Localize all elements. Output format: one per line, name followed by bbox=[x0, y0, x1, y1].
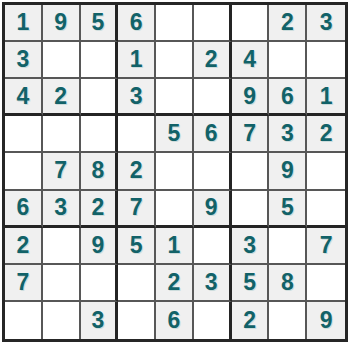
cell-r6c9[interactable] bbox=[307, 191, 345, 228]
cell-r3c4[interactable]: 3 bbox=[118, 79, 156, 116]
cell-r5c1[interactable] bbox=[5, 153, 43, 190]
cell-r8c1[interactable]: 7 bbox=[5, 265, 43, 302]
cell-r4c1[interactable] bbox=[5, 116, 43, 153]
cell-r8c8[interactable]: 8 bbox=[269, 265, 307, 302]
cell-r7c6[interactable] bbox=[194, 228, 232, 265]
cell-r4c5[interactable]: 5 bbox=[156, 116, 194, 153]
cell-r3c5[interactable] bbox=[156, 79, 194, 116]
cell-r2c6[interactable]: 2 bbox=[194, 42, 232, 79]
cell-r4c7[interactable]: 7 bbox=[232, 116, 270, 153]
cell-r4c8[interactable]: 3 bbox=[269, 116, 307, 153]
cell-r9c9[interactable]: 9 bbox=[307, 302, 345, 339]
cell-r1c3[interactable]: 5 bbox=[81, 5, 119, 42]
cell-r2c7[interactable]: 4 bbox=[232, 42, 270, 79]
cell-r3c1[interactable]: 4 bbox=[5, 79, 43, 116]
cell-r7c7[interactable]: 3 bbox=[232, 228, 270, 265]
cell-r7c9[interactable]: 7 bbox=[307, 228, 345, 265]
cell-r5c3[interactable]: 8 bbox=[81, 153, 119, 190]
cell-r7c8[interactable] bbox=[269, 228, 307, 265]
cell-r5c5[interactable] bbox=[156, 153, 194, 190]
cell-r9c3[interactable]: 3 bbox=[81, 302, 119, 339]
cell-r8c3[interactable] bbox=[81, 265, 119, 302]
cell-r6c4[interactable]: 7 bbox=[118, 191, 156, 228]
cell-r8c6[interactable]: 3 bbox=[194, 265, 232, 302]
cell-r1c4[interactable]: 6 bbox=[118, 5, 156, 42]
cell-r5c4[interactable]: 2 bbox=[118, 153, 156, 190]
cell-r4c4[interactable] bbox=[118, 116, 156, 153]
cell-r2c1[interactable]: 3 bbox=[5, 42, 43, 79]
cell-r6c8[interactable]: 5 bbox=[269, 191, 307, 228]
sudoku-board: 1956233124423961567327829632795295137723… bbox=[2, 2, 348, 342]
cell-r6c3[interactable]: 2 bbox=[81, 191, 119, 228]
cell-r3c6[interactable] bbox=[194, 79, 232, 116]
cell-r8c5[interactable]: 2 bbox=[156, 265, 194, 302]
cell-r5c2[interactable]: 7 bbox=[43, 153, 81, 190]
cell-r3c9[interactable]: 1 bbox=[307, 79, 345, 116]
cell-r1c1[interactable]: 1 bbox=[5, 5, 43, 42]
cell-r9c2[interactable] bbox=[43, 302, 81, 339]
cell-r9c6[interactable] bbox=[194, 302, 232, 339]
cell-r3c3[interactable] bbox=[81, 79, 119, 116]
cell-r1c8[interactable]: 2 bbox=[269, 5, 307, 42]
cell-r3c7[interactable]: 9 bbox=[232, 79, 270, 116]
cell-r2c8[interactable] bbox=[269, 42, 307, 79]
cell-r4c6[interactable]: 6 bbox=[194, 116, 232, 153]
cell-r1c5[interactable] bbox=[156, 5, 194, 42]
cell-r5c6[interactable] bbox=[194, 153, 232, 190]
cell-r1c7[interactable] bbox=[232, 5, 270, 42]
cell-r8c2[interactable] bbox=[43, 265, 81, 302]
cell-r6c7[interactable] bbox=[232, 191, 270, 228]
cell-r4c2[interactable] bbox=[43, 116, 81, 153]
cell-r8c7[interactable]: 5 bbox=[232, 265, 270, 302]
cell-r3c2[interactable]: 2 bbox=[43, 79, 81, 116]
cell-r2c2[interactable] bbox=[43, 42, 81, 79]
cell-r7c2[interactable] bbox=[43, 228, 81, 265]
cell-r3c8[interactable]: 6 bbox=[269, 79, 307, 116]
cell-r4c3[interactable] bbox=[81, 116, 119, 153]
cell-r2c5[interactable] bbox=[156, 42, 194, 79]
cell-r7c1[interactable]: 2 bbox=[5, 228, 43, 265]
cell-r8c9[interactable] bbox=[307, 265, 345, 302]
cell-r6c1[interactable]: 6 bbox=[5, 191, 43, 228]
cell-r4c9[interactable]: 2 bbox=[307, 116, 345, 153]
cell-r9c1[interactable] bbox=[5, 302, 43, 339]
cell-r5c9[interactable] bbox=[307, 153, 345, 190]
cell-r6c6[interactable]: 9 bbox=[194, 191, 232, 228]
sudoku-page: 1956233124423961567327829632795295137723… bbox=[0, 0, 350, 344]
cell-r9c5[interactable]: 6 bbox=[156, 302, 194, 339]
cell-r1c6[interactable] bbox=[194, 5, 232, 42]
cell-r1c2[interactable]: 9 bbox=[43, 5, 81, 42]
cell-r7c4[interactable]: 5 bbox=[118, 228, 156, 265]
cell-r2c4[interactable]: 1 bbox=[118, 42, 156, 79]
cell-r8c4[interactable] bbox=[118, 265, 156, 302]
cell-r2c9[interactable] bbox=[307, 42, 345, 79]
cell-r5c7[interactable] bbox=[232, 153, 270, 190]
cell-r2c3[interactable] bbox=[81, 42, 119, 79]
cell-r9c7[interactable]: 2 bbox=[232, 302, 270, 339]
cell-r6c2[interactable]: 3 bbox=[43, 191, 81, 228]
cell-r6c5[interactable] bbox=[156, 191, 194, 228]
cell-r9c4[interactable] bbox=[118, 302, 156, 339]
cell-r1c9[interactable]: 3 bbox=[307, 5, 345, 42]
cell-r9c8[interactable] bbox=[269, 302, 307, 339]
cell-r7c3[interactable]: 9 bbox=[81, 228, 119, 265]
cell-r5c8[interactable]: 9 bbox=[269, 153, 307, 190]
cell-r7c5[interactable]: 1 bbox=[156, 228, 194, 265]
